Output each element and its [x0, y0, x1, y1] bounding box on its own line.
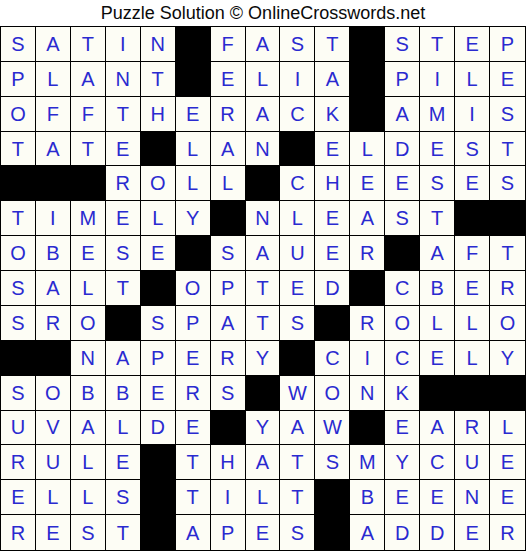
cell-letter: S — [465, 139, 478, 159]
black-cell-r8c5 — [141, 271, 176, 306]
cell-letter: S — [11, 313, 24, 333]
cell-r2c1: P — [1, 62, 36, 97]
cell-r4c15: T — [490, 132, 525, 167]
cell-letter: L — [467, 69, 478, 89]
cell-letter: E — [430, 487, 443, 507]
cell-r10c6: E — [176, 341, 211, 376]
black-cell-r9c4 — [106, 306, 141, 341]
cell-r9c2: R — [36, 306, 71, 341]
cell-r4c8: N — [246, 132, 281, 167]
black-cell-r12c11 — [350, 411, 385, 446]
cell-letter: E — [221, 69, 234, 89]
cell-r2c9: I — [280, 62, 315, 97]
cell-r3c13: M — [420, 97, 455, 132]
cell-r13c12: Y — [385, 445, 420, 480]
cell-letter: I — [434, 69, 440, 89]
cell-letter: P — [221, 278, 234, 298]
cell-r11c11: N — [350, 376, 385, 411]
cell-r4c14: S — [455, 132, 490, 167]
cell-r6c13: T — [420, 201, 455, 236]
cell-r11c12: K — [385, 376, 420, 411]
cell-r4c13: E — [420, 132, 455, 167]
cell-r1c9: S — [280, 27, 315, 62]
cell-letter: O — [80, 313, 96, 333]
cell-r7c10: E — [315, 236, 350, 271]
cell-r15c12: D — [385, 515, 420, 550]
cell-r8c13: B — [420, 271, 455, 306]
cell-r10c15: Y — [490, 341, 525, 376]
cell-r8c1: S — [1, 271, 36, 306]
cell-letter: L — [47, 487, 58, 507]
cell-letter: Y — [396, 452, 409, 472]
cell-r2c7: E — [211, 62, 246, 97]
cell-r6c6: Y — [176, 201, 211, 236]
cell-letter: A — [256, 34, 269, 54]
cell-letter: K — [326, 104, 339, 124]
cell-r13c10: S — [315, 445, 350, 480]
cell-r13c14: U — [455, 445, 490, 480]
cell-letter: W — [323, 417, 342, 437]
cell-letter: E — [396, 173, 409, 193]
cell-letter: E — [151, 383, 164, 403]
black-cell-r12c7 — [211, 411, 246, 446]
cell-r11c2: O — [36, 376, 71, 411]
cell-r4c7: A — [211, 132, 246, 167]
cell-letter: T — [82, 139, 94, 159]
cell-letter: L — [82, 278, 93, 298]
cell-letter: E — [361, 173, 374, 193]
cell-r3c10: K — [315, 97, 350, 132]
cell-letter: D — [395, 139, 409, 159]
cell-r9c12: O — [385, 306, 420, 341]
cell-letter: L — [362, 139, 373, 159]
cell-letter: C — [430, 452, 444, 472]
cell-r10c3: N — [71, 341, 106, 376]
cell-letter: A — [116, 348, 129, 368]
cell-r10c13: E — [420, 341, 455, 376]
cell-letter: E — [396, 417, 409, 437]
cell-letter: A — [46, 139, 59, 159]
cell-r7c14: F — [455, 236, 490, 271]
cell-letter: R — [220, 104, 234, 124]
cell-letter: C — [395, 278, 409, 298]
cell-letter: O — [10, 104, 26, 124]
cell-r6c1: T — [1, 201, 36, 236]
cell-letter: U — [11, 417, 25, 437]
cell-r1c8: A — [246, 27, 281, 62]
cell-letter: S — [430, 173, 443, 193]
cell-letter: L — [467, 348, 478, 368]
cell-letter: E — [430, 348, 443, 368]
cell-letter: O — [394, 313, 410, 333]
cell-letter: I — [50, 208, 56, 228]
cell-r10c12: C — [385, 341, 420, 376]
black-cell-r5c8 — [246, 166, 281, 201]
cell-letter: E — [256, 523, 269, 543]
cell-letter: T — [431, 208, 443, 228]
cell-r11c1: S — [1, 376, 36, 411]
cell-r9c3: O — [71, 306, 106, 341]
cell-r13c3: L — [71, 445, 106, 480]
cell-letter: H — [325, 173, 339, 193]
cell-letter: S — [221, 383, 234, 403]
cell-r14c4: S — [106, 480, 141, 515]
black-cell-r6c7 — [211, 201, 246, 236]
cell-r10c7: R — [211, 341, 246, 376]
cell-letter: E — [116, 452, 129, 472]
cell-letter: E — [326, 139, 339, 159]
cell-letter: F — [47, 104, 59, 124]
cell-r14c8: L — [246, 480, 281, 515]
cell-r6c2: I — [36, 201, 71, 236]
cell-letter: N — [465, 487, 479, 507]
cell-r10c10: C — [315, 341, 350, 376]
cell-letter: E — [326, 208, 339, 228]
cell-r8c3: L — [71, 271, 106, 306]
cell-r9c11: R — [350, 306, 385, 341]
cell-r9c5: S — [141, 306, 176, 341]
cell-letter: R — [185, 383, 199, 403]
cell-letter: I — [365, 348, 371, 368]
black-cell-r14c5 — [141, 480, 176, 515]
cell-r1c10: T — [315, 27, 350, 62]
cell-letter: E — [151, 243, 164, 263]
cell-letter: T — [256, 278, 268, 298]
cell-r4c2: A — [36, 132, 71, 167]
cell-r11c6: R — [176, 376, 211, 411]
black-cell-r10c2 — [36, 341, 71, 376]
cell-r5c7: L — [211, 166, 246, 201]
cell-r12c1: U — [1, 411, 36, 446]
black-cell-r3c11 — [350, 97, 385, 132]
cell-r2c8: L — [246, 62, 281, 97]
black-cell-r11c15 — [490, 376, 525, 411]
cell-r11c7: S — [211, 376, 246, 411]
cell-letter: S — [291, 523, 304, 543]
cell-r10c8: Y — [246, 341, 281, 376]
cell-r13c6: T — [176, 445, 211, 480]
cell-letter: S — [501, 173, 514, 193]
cell-r13c11: M — [350, 445, 385, 480]
cell-letter: A — [396, 104, 409, 124]
cell-letter: R — [500, 523, 514, 543]
cell-r2c5: T — [141, 62, 176, 97]
cell-r1c3: T — [71, 27, 106, 62]
cell-letter: L — [187, 139, 198, 159]
cell-letter: S — [116, 487, 129, 507]
cell-r14c7: I — [211, 480, 246, 515]
cell-r2c4: N — [106, 62, 141, 97]
cell-letter: C — [290, 173, 304, 193]
cell-r7c5: E — [141, 236, 176, 271]
cell-letter: S — [11, 383, 24, 403]
black-cell-r11c13 — [420, 376, 455, 411]
cell-letter: C — [325, 348, 339, 368]
cell-letter: T — [117, 104, 129, 124]
cell-r5c15: S — [490, 166, 525, 201]
cell-r13c13: C — [420, 445, 455, 480]
cell-r12c2: V — [36, 411, 71, 446]
cell-r5c9: C — [280, 166, 315, 201]
black-cell-r9c10 — [315, 306, 350, 341]
cell-r7c2: B — [36, 236, 71, 271]
cell-letter: F — [466, 243, 478, 263]
cell-letter: N — [255, 208, 269, 228]
cell-r9c13: L — [420, 306, 455, 341]
cell-r13c7: H — [211, 445, 246, 480]
cell-r1c14: E — [455, 27, 490, 62]
cell-letter: D — [150, 417, 164, 437]
cell-r2c10: A — [315, 62, 350, 97]
cell-r12c12: E — [385, 411, 420, 446]
cell-r9c9: S — [280, 306, 315, 341]
cell-r11c4: B — [106, 376, 141, 411]
cell-letter: B — [430, 278, 443, 298]
cell-r1c4: I — [106, 27, 141, 62]
cell-letter: E — [11, 487, 24, 507]
cell-letter: A — [221, 313, 234, 333]
cell-letter: P — [501, 34, 514, 54]
cell-r6c9: L — [280, 201, 315, 236]
cell-letter: M — [359, 452, 376, 472]
cell-r1c13: T — [420, 27, 455, 62]
cell-letter: M — [79, 208, 96, 228]
cell-r7c11: R — [350, 236, 385, 271]
cell-r1c15: P — [490, 27, 525, 62]
black-cell-r7c6 — [176, 236, 211, 271]
cell-letter: B — [81, 383, 94, 403]
cell-r14c13: E — [420, 480, 455, 515]
cell-letter: A — [81, 69, 94, 89]
cell-letter: E — [465, 523, 478, 543]
cell-r14c9: T — [280, 480, 315, 515]
cell-letter: S — [11, 278, 24, 298]
cell-r7c13: A — [420, 236, 455, 271]
cell-r8c7: P — [211, 271, 246, 306]
cell-r5c5: O — [141, 166, 176, 201]
cell-letter: U — [46, 452, 60, 472]
cell-letter: R — [11, 452, 25, 472]
cell-r15c7: P — [211, 515, 246, 550]
cell-letter: E — [501, 487, 514, 507]
cell-r15c9: S — [280, 515, 315, 550]
cell-letter: D — [395, 523, 409, 543]
black-cell-r6c15 — [490, 201, 525, 236]
black-cell-r14c10 — [315, 480, 350, 515]
cell-r9c6: P — [176, 306, 211, 341]
cell-letter: P — [151, 348, 164, 368]
cell-letter: L — [82, 487, 93, 507]
cell-r5c14: E — [455, 166, 490, 201]
cell-r1c12: S — [385, 27, 420, 62]
cell-letter: R — [11, 523, 25, 543]
cell-r3c15: S — [490, 97, 525, 132]
black-cell-r8c11 — [350, 271, 385, 306]
black-cell-r1c6 — [176, 27, 211, 62]
cell-letter: L — [467, 313, 478, 333]
cell-letter: S — [151, 313, 164, 333]
cell-r12c3: A — [71, 411, 106, 446]
cell-r10c5: P — [141, 341, 176, 376]
cell-letter: I — [469, 104, 475, 124]
cell-letter: E — [465, 34, 478, 54]
cell-letter: Y — [186, 208, 199, 228]
cell-r12c5: D — [141, 411, 176, 446]
cell-r7c8: A — [246, 236, 281, 271]
cell-r10c11: I — [350, 341, 385, 376]
cell-letter: A — [186, 523, 199, 543]
black-cell-r6c14 — [455, 201, 490, 236]
cell-r2c15: E — [490, 62, 525, 97]
cell-letter: L — [257, 487, 268, 507]
cell-r1c1: S — [1, 27, 36, 62]
cell-letter: O — [500, 313, 516, 333]
cell-r3c14: I — [455, 97, 490, 132]
cell-letter: I — [225, 487, 231, 507]
cell-r7c4: S — [106, 236, 141, 271]
cell-letter: S — [291, 313, 304, 333]
cell-letter: L — [257, 69, 268, 89]
cell-letter: T — [326, 34, 338, 54]
cell-letter: T — [431, 34, 443, 54]
cell-letter: E — [81, 243, 94, 263]
cell-r8c9: E — [280, 271, 315, 306]
cell-letter: T — [152, 69, 164, 89]
cell-letter: T — [291, 452, 303, 472]
cell-r15c15: R — [490, 515, 525, 550]
cell-letter: R — [500, 278, 514, 298]
cell-letter: T — [12, 208, 24, 228]
cell-letter: A — [46, 278, 59, 298]
cell-letter: L — [117, 417, 128, 437]
cell-letter: E — [465, 278, 478, 298]
cell-r13c1: R — [1, 445, 36, 480]
cell-r4c11: L — [350, 132, 385, 167]
cell-r12c10: W — [315, 411, 350, 446]
cell-r15c4: T — [106, 515, 141, 550]
cell-letter: S — [396, 34, 409, 54]
cell-r14c14: N — [455, 480, 490, 515]
cell-r10c4: A — [106, 341, 141, 376]
cell-letter: R — [116, 173, 130, 193]
cell-r5c4: R — [106, 166, 141, 201]
cell-letter: A — [256, 104, 269, 124]
cell-r11c9: W — [280, 376, 315, 411]
cell-letter: A — [291, 417, 304, 437]
cell-letter: T — [501, 243, 513, 263]
cell-r8c12: C — [385, 271, 420, 306]
cell-letter: A — [221, 139, 234, 159]
cell-letter: A — [46, 34, 59, 54]
cell-letter: E — [116, 139, 129, 159]
cell-r4c6: L — [176, 132, 211, 167]
cell-letter: O — [185, 278, 201, 298]
cell-r2c2: L — [36, 62, 71, 97]
cell-letter: A — [361, 523, 374, 543]
cell-letter: H — [220, 452, 234, 472]
cell-letter: A — [430, 417, 443, 437]
cell-r15c3: S — [71, 515, 106, 550]
cell-letter: L — [222, 173, 233, 193]
cell-letter: D — [430, 523, 444, 543]
cell-r15c13: D — [420, 515, 455, 550]
cell-r3c4: T — [106, 97, 141, 132]
cell-letter: S — [396, 208, 409, 228]
black-cell-r10c1 — [1, 341, 36, 376]
cell-r5c12: E — [385, 166, 420, 201]
cell-letter: S — [116, 243, 129, 263]
cell-letter: S — [291, 34, 304, 54]
cell-letter: E — [186, 348, 199, 368]
cell-r14c15: E — [490, 480, 525, 515]
cell-r12c6: E — [176, 411, 211, 446]
cell-letter: E — [291, 278, 304, 298]
cell-r14c11: B — [350, 480, 385, 515]
cell-letter: L — [82, 452, 93, 472]
cell-r9c7: A — [211, 306, 246, 341]
cell-r8c6: O — [176, 271, 211, 306]
cell-letter: O — [150, 173, 166, 193]
cell-r1c5: N — [141, 27, 176, 62]
cell-letter: N — [81, 348, 95, 368]
black-cell-r11c14 — [455, 376, 490, 411]
cell-letter: R — [360, 243, 374, 263]
cell-r2c12: P — [385, 62, 420, 97]
cell-r6c10: E — [315, 201, 350, 236]
black-cell-r15c5 — [141, 515, 176, 550]
cell-r3c5: H — [141, 97, 176, 132]
cell-r12c8: Y — [246, 411, 281, 446]
cell-r8c4: T — [106, 271, 141, 306]
cell-letter: A — [81, 417, 94, 437]
black-cell-r5c2 — [36, 166, 71, 201]
cell-letter: C — [395, 348, 409, 368]
cell-letter: R — [46, 313, 60, 333]
cell-letter: A — [361, 208, 374, 228]
cell-r15c2: E — [36, 515, 71, 550]
puzzle-solution-page: Puzzle Solution © OnlineCrosswords.net S… — [0, 0, 526, 551]
black-cell-r13c5 — [141, 445, 176, 480]
cell-r6c4: E — [106, 201, 141, 236]
cell-r13c9: T — [280, 445, 315, 480]
cell-letter: S — [501, 104, 514, 124]
cell-r7c1: O — [1, 236, 36, 271]
cell-letter: N — [150, 34, 164, 54]
cell-r7c9: U — [280, 236, 315, 271]
cell-r3c3: F — [71, 97, 106, 132]
cell-letter: I — [120, 34, 126, 54]
cell-letter: V — [46, 417, 59, 437]
cell-r5c10: H — [315, 166, 350, 201]
cell-letter: O — [10, 243, 26, 263]
cell-letter: T — [82, 34, 94, 54]
black-cell-r4c5 — [141, 132, 176, 167]
cell-r2c3: A — [71, 62, 106, 97]
cell-letter: E — [186, 417, 199, 437]
cell-r8c10: D — [315, 271, 350, 306]
cell-r15c6: A — [176, 515, 211, 550]
cell-r6c5: L — [141, 201, 176, 236]
cell-r12c13: A — [420, 411, 455, 446]
cell-letter: E — [116, 208, 129, 228]
cell-r11c3: B — [71, 376, 106, 411]
cell-r5c11: E — [350, 166, 385, 201]
cell-r8c15: R — [490, 271, 525, 306]
cell-r1c2: A — [36, 27, 71, 62]
cell-r15c14: E — [455, 515, 490, 550]
cell-r9c15: O — [490, 306, 525, 341]
cell-letter: C — [290, 104, 304, 124]
